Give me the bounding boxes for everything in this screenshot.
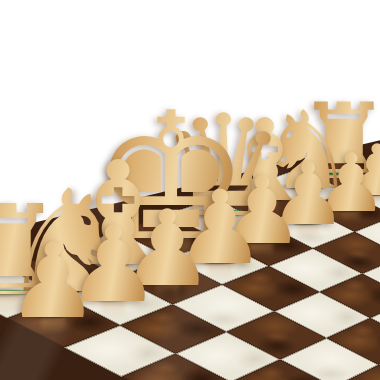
chess-set-photo: ♜♞♟♝♟♛♟♚♟♝♟♟♞♜♟♟ [0, 0, 380, 380]
pawn-glyph: ♟ [1, 230, 105, 334]
